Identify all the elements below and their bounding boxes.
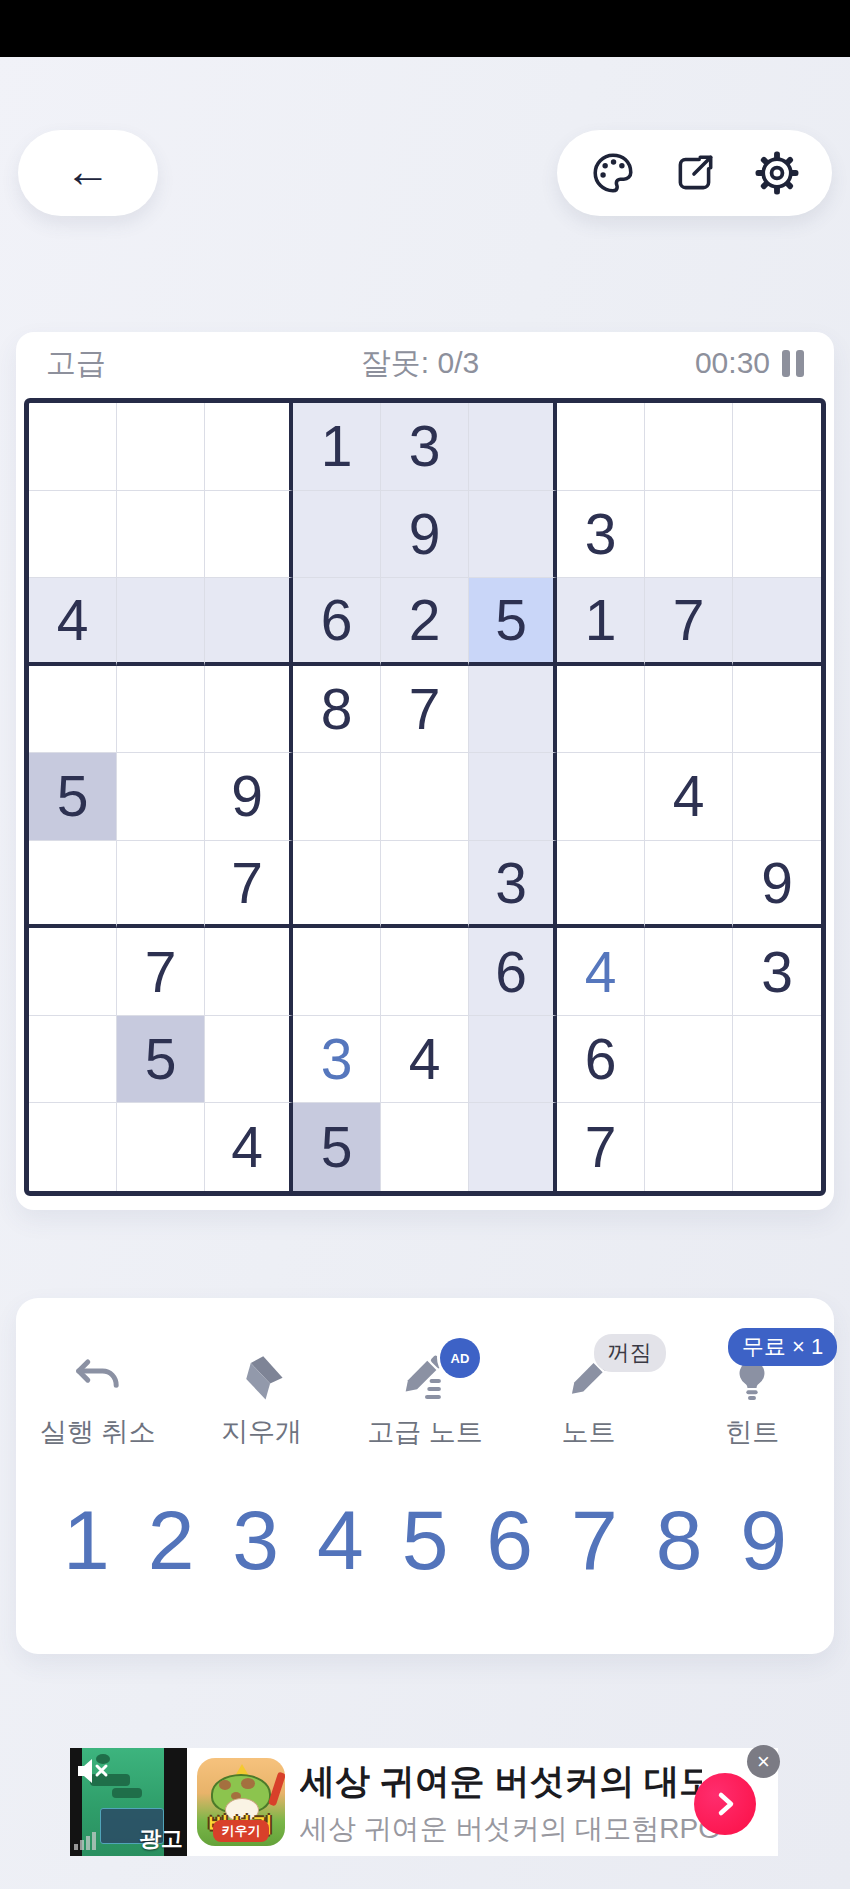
cell-r2c3[interactable]	[205, 491, 293, 579]
undo-button[interactable]: 실행 취소	[16, 1352, 180, 1450]
tools-card: 실행 취소 지우개 AD 고급 노	[16, 1298, 834, 1654]
cell-r4c4[interactable]: 8	[293, 666, 381, 754]
hint-bulb-icon: 무료 × 1	[727, 1352, 777, 1404]
cell-r8c6[interactable]	[469, 1016, 557, 1104]
cell-r7c1[interactable]	[29, 928, 117, 1016]
cell-r4c1[interactable]	[29, 666, 117, 754]
cell-r5c1[interactable]: 5	[29, 753, 117, 841]
cell-r5c7[interactable]	[557, 753, 645, 841]
cell-r7c8[interactable]	[645, 928, 733, 1016]
cell-r7c2[interactable]: 7	[117, 928, 205, 1016]
cell-r8c4[interactable]: 3	[293, 1016, 381, 1104]
cell-r6c9[interactable]: 9	[733, 841, 821, 929]
cell-r4c2[interactable]	[117, 666, 205, 754]
cell-r8c5[interactable]: 4	[381, 1016, 469, 1104]
advanced-note-button[interactable]: AD 고급 노트	[343, 1352, 507, 1450]
hint-button[interactable]: 무료 × 1 힌트	[670, 1352, 834, 1450]
cell-r8c8[interactable]	[645, 1016, 733, 1104]
settings-gear-icon[interactable]	[754, 150, 800, 196]
header-actions	[557, 130, 832, 216]
cell-r9c9[interactable]	[733, 1103, 821, 1191]
tools-row: 실행 취소 지우개 AD 고급 노	[16, 1352, 834, 1450]
cell-r7c6[interactable]: 6	[469, 928, 557, 1016]
undo-icon	[73, 1352, 123, 1404]
cell-r8c7[interactable]: 6	[557, 1016, 645, 1104]
cell-r3c6[interactable]: 5	[469, 578, 557, 666]
note-button[interactable]: 꺼짐 노트	[507, 1352, 671, 1450]
numpad-4[interactable]: 4	[298, 1488, 383, 1593]
hint-label: 힌트	[725, 1414, 779, 1450]
android-status-bar	[0, 0, 850, 57]
cell-r4c9[interactable]	[733, 666, 821, 754]
eraser-button[interactable]: 지우개	[180, 1352, 344, 1450]
ad-icon-subtitle: 키우기	[213, 1820, 269, 1842]
cell-r5c9[interactable]	[733, 753, 821, 841]
cell-r6c8[interactable]	[645, 841, 733, 929]
sword-shape	[268, 1772, 285, 1807]
note-pencil-icon: 꺼짐	[564, 1352, 614, 1404]
ad-subtitle: 세상 귀여운 버섯커의 대모험RPG	[300, 1810, 720, 1848]
cell-r6c1[interactable]	[29, 841, 117, 929]
cell-r7c7[interactable]: 4	[557, 928, 645, 1016]
cell-r1c6[interactable]	[469, 403, 557, 491]
numpad-7[interactable]: 7	[552, 1488, 637, 1593]
mute-speaker-icon[interactable]	[76, 1756, 110, 1790]
cell-r8c2[interactable]: 5	[117, 1016, 205, 1104]
cell-r1c7[interactable]	[557, 403, 645, 491]
mistakes-counter: 잘못: 0/3	[206, 343, 634, 384]
sudoku-grid: 13934625178759473976435346457	[24, 398, 826, 1196]
cell-r6c4[interactable]	[293, 841, 381, 929]
cell-r7c9[interactable]: 3	[733, 928, 821, 1016]
cell-r4c5[interactable]: 7	[381, 666, 469, 754]
cell-r3c4[interactable]: 6	[293, 578, 381, 666]
ad-soundbar	[74, 1832, 96, 1850]
cell-r2c7[interactable]: 3	[557, 491, 645, 579]
cell-r3c7[interactable]: 1	[557, 578, 645, 666]
cell-r8c9[interactable]	[733, 1016, 821, 1104]
board-card: 고급 잘못: 0/3 00:30 13934625178759473976435…	[16, 332, 834, 1210]
cell-r1c2[interactable]	[117, 403, 205, 491]
cell-r6c3[interactable]: 7	[205, 841, 293, 929]
cell-r1c1[interactable]	[29, 403, 117, 491]
ad-title: 세상 귀여운 버섯커의 대모...	[300, 1758, 702, 1805]
note-off-badge: 꺼짐	[594, 1334, 666, 1372]
cell-r9c3[interactable]: 4	[205, 1103, 293, 1191]
cell-r3c1[interactable]: 4	[29, 578, 117, 666]
cell-r4c3[interactable]	[205, 666, 293, 754]
cell-r7c5[interactable]	[381, 928, 469, 1016]
cell-r2c2[interactable]	[117, 491, 205, 579]
advanced-note-label: 고급 노트	[367, 1414, 483, 1450]
numpad-6[interactable]: 6	[467, 1488, 552, 1593]
cell-r3c3[interactable]	[205, 578, 293, 666]
cell-r6c6[interactable]: 3	[469, 841, 557, 929]
cell-r1c9[interactable]	[733, 403, 821, 491]
cell-r9c6[interactable]	[469, 1103, 557, 1191]
cell-r3c8[interactable]: 7	[645, 578, 733, 666]
pause-button[interactable]	[782, 350, 804, 377]
advanced-note-ad-badge: AD	[440, 1338, 480, 1378]
cell-r5c3[interactable]: 9	[205, 753, 293, 841]
cell-r7c4[interactable]	[293, 928, 381, 1016]
cell-r2c1[interactable]	[29, 491, 117, 579]
cell-r1c4[interactable]: 1	[293, 403, 381, 491]
ad-close-button[interactable]: ×	[747, 1745, 780, 1778]
cell-r6c2[interactable]	[117, 841, 205, 929]
cell-r9c8[interactable]	[645, 1103, 733, 1191]
cell-r9c7[interactable]: 7	[557, 1103, 645, 1191]
numpad: 123456789	[16, 1488, 834, 1593]
cell-r8c1[interactable]	[29, 1016, 117, 1104]
cell-r5c4[interactable]	[293, 753, 381, 841]
timer-value: 00:30	[695, 346, 770, 380]
game-meta-row: 고급 잘못: 0/3 00:30	[16, 332, 834, 394]
cell-r2c9[interactable]	[733, 491, 821, 579]
ad-banner[interactable]: 광고 버섯커 키우기 세상 귀여운 버섯커의 대모... 세상 귀여운 버섯커의…	[70, 1748, 778, 1856]
back-arrow-icon: ←	[65, 148, 111, 194]
cell-r2c8[interactable]	[645, 491, 733, 579]
cell-r1c8[interactable]	[645, 403, 733, 491]
difficulty-label: 고급	[46, 343, 206, 384]
cell-r1c3[interactable]	[205, 403, 293, 491]
cell-r8c3[interactable]	[205, 1016, 293, 1104]
cell-r3c5[interactable]: 2	[381, 578, 469, 666]
theme-palette-icon[interactable]	[590, 150, 636, 196]
cell-r9c5[interactable]	[381, 1103, 469, 1191]
advanced-note-pencil-icon: AD	[400, 1352, 450, 1404]
ad-overlay-label: 광고	[139, 1824, 183, 1854]
cell-r2c5[interactable]: 9	[381, 491, 469, 579]
eraser-label: 지우개	[221, 1414, 302, 1450]
cell-r6c7[interactable]	[557, 841, 645, 929]
hint-free-badge: 무료 × 1	[728, 1328, 837, 1366]
cell-r9c1[interactable]	[29, 1103, 117, 1191]
cell-r2c6[interactable]	[469, 491, 557, 579]
cell-r1c5[interactable]: 3	[381, 403, 469, 491]
numpad-1[interactable]: 1	[44, 1488, 129, 1593]
ad-video-thumbnail[interactable]: 광고	[70, 1748, 187, 1856]
numpad-2[interactable]: 2	[129, 1488, 214, 1593]
numpad-5[interactable]: 5	[383, 1488, 468, 1593]
cell-r5c8[interactable]: 4	[645, 753, 733, 841]
eraser-icon	[236, 1352, 286, 1404]
cell-r4c7[interactable]	[557, 666, 645, 754]
numpad-9[interactable]: 9	[721, 1488, 806, 1593]
cell-r2c4[interactable]	[293, 491, 381, 579]
cell-r6c5[interactable]	[381, 841, 469, 929]
cell-r3c9[interactable]	[733, 578, 821, 666]
ad-app-icon[interactable]: 버섯커 키우기	[197, 1758, 285, 1846]
cell-r7c3[interactable]	[205, 928, 293, 1016]
numpad-8[interactable]: 8	[637, 1488, 722, 1593]
note-label: 노트	[562, 1414, 616, 1450]
numpad-3[interactable]: 3	[213, 1488, 298, 1593]
cell-r5c6[interactable]	[469, 753, 557, 841]
share-external-link-icon[interactable]	[672, 150, 718, 196]
cell-r9c2[interactable]	[117, 1103, 205, 1191]
cell-r5c5[interactable]	[381, 753, 469, 841]
ad-cta-button[interactable]	[694, 1773, 756, 1835]
cell-r3c2[interactable]	[117, 578, 205, 666]
back-button[interactable]: ←	[18, 130, 158, 216]
cell-r4c8[interactable]	[645, 666, 733, 754]
cell-r9c4[interactable]: 5	[293, 1103, 381, 1191]
cell-r4c6[interactable]	[469, 666, 557, 754]
undo-label: 실행 취소	[40, 1414, 156, 1450]
cell-r5c2[interactable]	[117, 753, 205, 841]
